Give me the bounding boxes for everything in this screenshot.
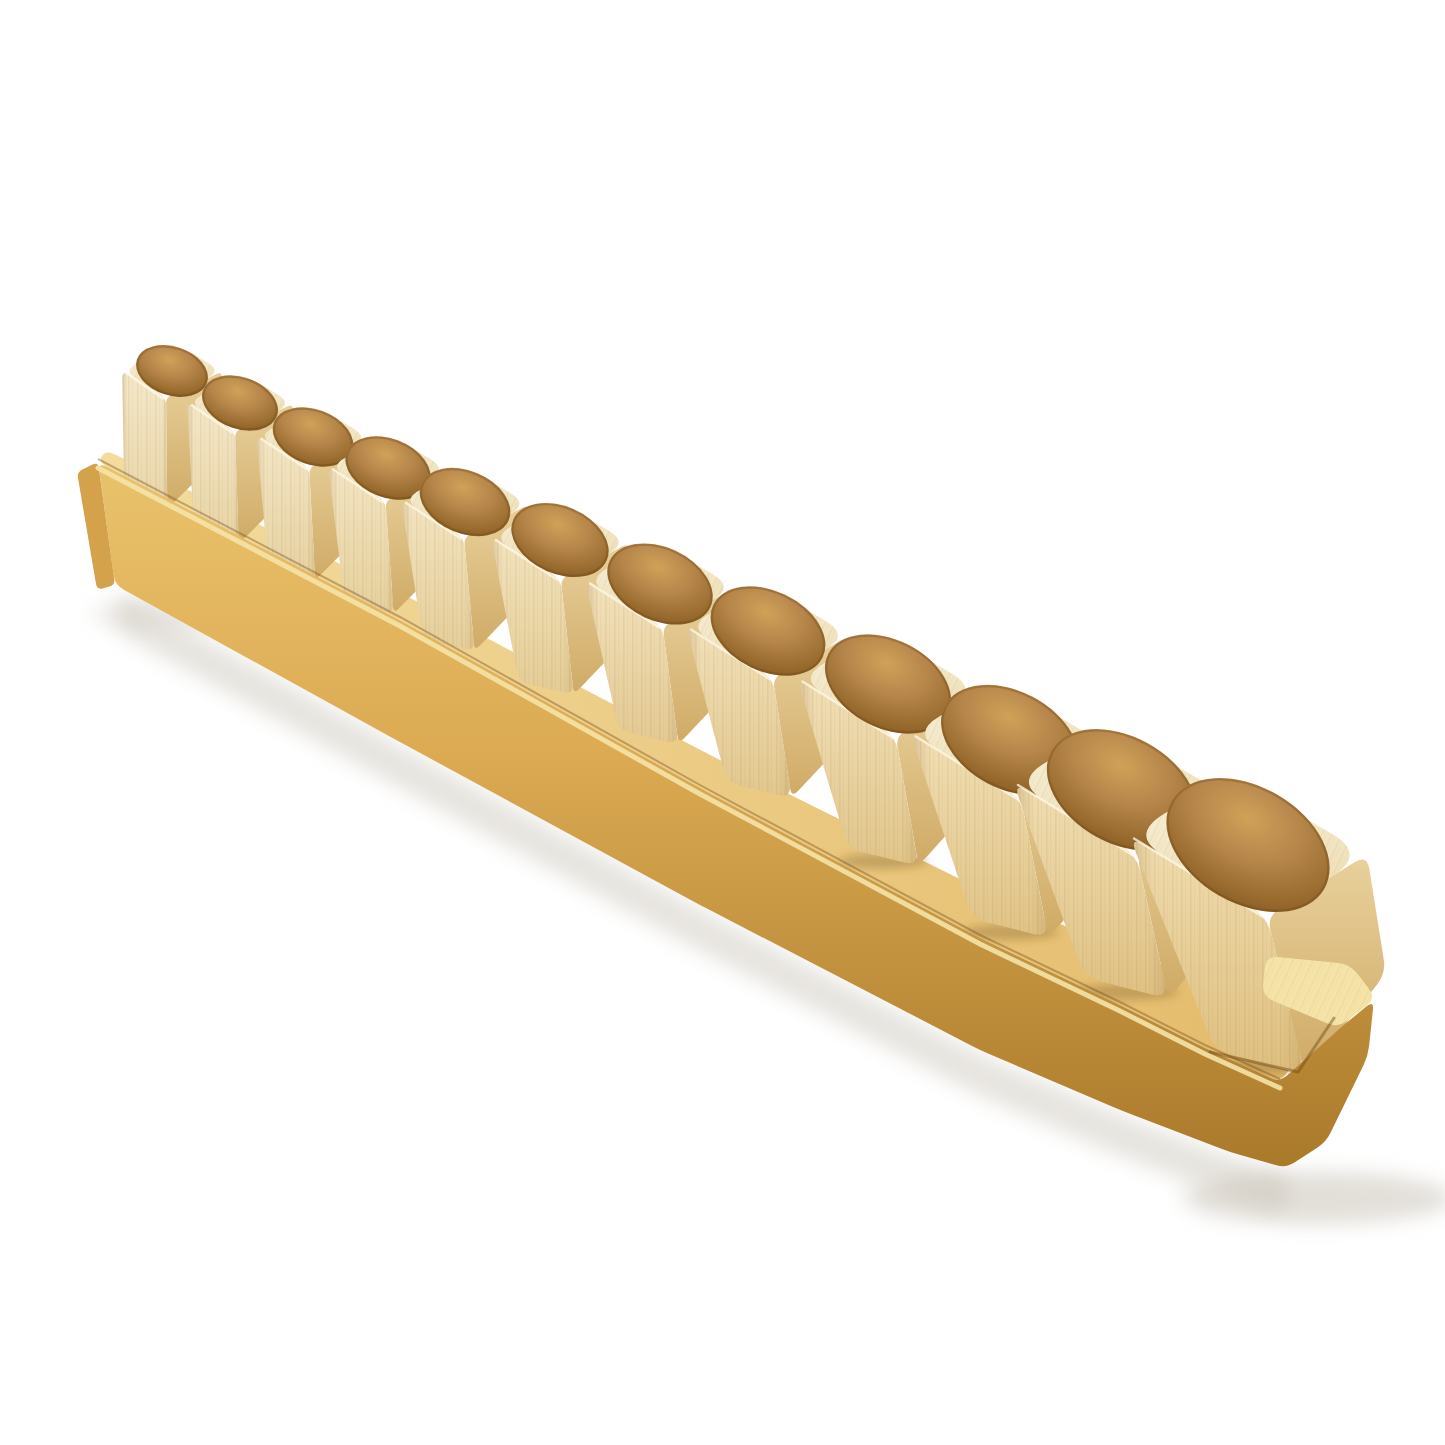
product-photo-stage: Natural wooden Montessori-style holder: … bbox=[0, 0, 1445, 1445]
scene-svg bbox=[0, 0, 1445, 1445]
shadow-right bbox=[1183, 1172, 1445, 1224]
